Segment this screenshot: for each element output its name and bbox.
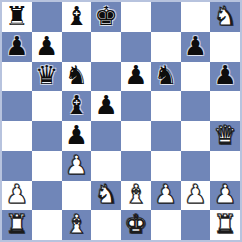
black-pawn: ♟ (65, 122, 88, 148)
square-e8[interactable] (121, 2, 151, 32)
square-h8[interactable]: ♞ (210, 2, 240, 32)
square-e6[interactable]: ♟ (121, 62, 151, 92)
black-pawn: ♟ (5, 33, 28, 59)
square-h5[interactable] (210, 91, 240, 121)
square-b8[interactable] (32, 2, 62, 32)
square-d1[interactable] (91, 210, 121, 240)
white-knight: ♞ (94, 181, 117, 207)
square-d4[interactable] (91, 121, 121, 151)
square-g7[interactable]: ♟ (181, 32, 211, 62)
black-queen: ♛ (35, 62, 58, 88)
square-g8[interactable] (181, 2, 211, 32)
square-b2[interactable] (32, 181, 62, 211)
square-f1[interactable] (151, 210, 181, 240)
square-d7[interactable] (91, 32, 121, 62)
square-a1[interactable]: ♜ (2, 210, 32, 240)
square-f8[interactable] (151, 2, 181, 32)
square-h7[interactable] (210, 32, 240, 62)
black-rook: ♜ (5, 3, 28, 29)
square-h1[interactable]: ♜ (210, 210, 240, 240)
square-e7[interactable] (121, 32, 151, 62)
white-pawn: ♟ (5, 181, 28, 207)
white-rook: ♜ (5, 211, 28, 237)
square-f5[interactable] (151, 91, 181, 121)
square-a2[interactable]: ♟ (2, 181, 32, 211)
square-e4[interactable] (121, 121, 151, 151)
black-pawn: ♟ (184, 33, 207, 59)
square-f3[interactable] (151, 151, 181, 181)
white-pawn: ♟ (154, 181, 177, 207)
square-e5[interactable] (121, 91, 151, 121)
chess-board-container: ♜♝♚♞♟♟♟♛♞♟♞♟♝♟♟♛♟♟♞♝♟♟♟♜♝♚♜ (0, 0, 242, 242)
square-h2[interactable]: ♟ (210, 181, 240, 211)
white-pawn: ♟ (65, 152, 88, 178)
square-b4[interactable] (32, 121, 62, 151)
black-pawn: ♟ (94, 92, 117, 118)
square-d2[interactable]: ♞ (91, 181, 121, 211)
square-e1[interactable]: ♚ (121, 210, 151, 240)
square-f4[interactable] (151, 121, 181, 151)
square-c7[interactable] (62, 32, 92, 62)
square-a5[interactable] (2, 91, 32, 121)
square-g1[interactable] (181, 210, 211, 240)
square-a4[interactable] (2, 121, 32, 151)
square-b1[interactable] (32, 210, 62, 240)
square-g5[interactable] (181, 91, 211, 121)
square-d5[interactable]: ♟ (91, 91, 121, 121)
white-pawn: ♟ (213, 181, 236, 207)
square-g3[interactable] (181, 151, 211, 181)
black-bishop: ♝ (65, 92, 88, 118)
square-c3[interactable]: ♟ (62, 151, 92, 181)
white-knight: ♞ (213, 3, 236, 29)
square-d3[interactable] (91, 151, 121, 181)
square-h3[interactable] (210, 151, 240, 181)
square-b3[interactable] (32, 151, 62, 181)
black-knight: ♞ (154, 62, 177, 88)
square-a3[interactable] (2, 151, 32, 181)
square-h4[interactable]: ♛ (210, 121, 240, 151)
square-c4[interactable]: ♟ (62, 121, 92, 151)
square-b7[interactable]: ♟ (32, 32, 62, 62)
square-e3[interactable] (121, 151, 151, 181)
square-b5[interactable] (32, 91, 62, 121)
white-queen: ♛ (213, 122, 236, 148)
square-c1[interactable]: ♝ (62, 210, 92, 240)
square-a6[interactable] (2, 62, 32, 92)
square-e2[interactable]: ♝ (121, 181, 151, 211)
square-h6[interactable]: ♟ (210, 62, 240, 92)
square-c2[interactable] (62, 181, 92, 211)
square-d6[interactable] (91, 62, 121, 92)
square-d8[interactable]: ♚ (91, 2, 121, 32)
square-g4[interactable] (181, 121, 211, 151)
black-king: ♚ (94, 3, 117, 29)
square-f2[interactable]: ♟ (151, 181, 181, 211)
black-pawn: ♟ (124, 62, 147, 88)
square-a7[interactable]: ♟ (2, 32, 32, 62)
square-a8[interactable]: ♜ (2, 2, 32, 32)
white-bishop: ♝ (124, 181, 147, 207)
black-pawn: ♟ (213, 62, 236, 88)
square-f7[interactable] (151, 32, 181, 62)
square-c8[interactable]: ♝ (62, 2, 92, 32)
black-pawn: ♟ (35, 33, 58, 59)
white-king: ♚ (124, 211, 147, 237)
white-rook: ♜ (213, 211, 236, 237)
white-pawn: ♟ (184, 181, 207, 207)
square-b6[interactable]: ♛ (32, 62, 62, 92)
square-c6[interactable]: ♞ (62, 62, 92, 92)
square-g2[interactable]: ♟ (181, 181, 211, 211)
chess-board: ♜♝♚♞♟♟♟♛♞♟♞♟♝♟♟♛♟♟♞♝♟♟♟♜♝♚♜ (0, 0, 242, 242)
square-g6[interactable] (181, 62, 211, 92)
square-c5[interactable]: ♝ (62, 91, 92, 121)
square-f6[interactable]: ♞ (151, 62, 181, 92)
black-bishop: ♝ (65, 3, 88, 29)
white-bishop: ♝ (65, 211, 88, 237)
black-knight: ♞ (65, 62, 88, 88)
